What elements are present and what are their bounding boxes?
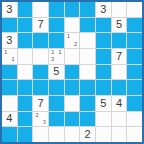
cell-r2c5[interactable] (80, 33, 95, 48)
cell-r3c3[interactable]: 112 (49, 49, 64, 64)
cell-r5c6[interactable] (96, 80, 111, 95)
cell-r2c2[interactable] (33, 33, 48, 48)
pencil-mark-tl: 2 (35, 113, 39, 119)
cell-r8c3[interactable] (49, 127, 64, 142)
cell-r4c5[interactable] (80, 65, 95, 80)
cell-r0c7[interactable] (112, 2, 127, 17)
cell-r6c1[interactable] (18, 96, 33, 111)
pencil-mark-tl: 1 (4, 50, 8, 56)
clue-number: 3 (6, 4, 12, 15)
cell-r1c5[interactable] (80, 18, 95, 33)
cell-r6c5[interactable] (80, 96, 95, 111)
cell-r4c8[interactable] (127, 65, 142, 80)
cell-r3c4[interactable] (65, 49, 80, 64)
cell-r4c6[interactable] (96, 65, 111, 80)
cell-r7c5[interactable] (80, 112, 95, 127)
cell-r1c3[interactable] (49, 18, 64, 33)
cell-r6c3[interactable] (49, 96, 64, 111)
cell-r8c8[interactable] (127, 127, 142, 142)
cell-r0c8[interactable] (127, 2, 142, 17)
cell-r4c4[interactable] (65, 65, 80, 80)
cell-r6c7[interactable]: 4 (112, 96, 127, 111)
cell-r3c0[interactable]: 11 (2, 49, 17, 64)
clue-number: 5 (116, 19, 122, 30)
pencil-mark-bl: 2 (51, 57, 55, 63)
cell-r6c4[interactable] (65, 96, 80, 111)
clue-number: 7 (38, 19, 44, 30)
cell-r3c1[interactable] (18, 49, 33, 64)
cell-r5c7[interactable] (112, 80, 127, 95)
cell-r0c1[interactable] (18, 2, 33, 17)
cell-r1c1[interactable] (18, 18, 33, 33)
pencil-mark-br: 1 (11, 57, 15, 63)
cell-r8c6[interactable] (96, 127, 111, 142)
clue-number: 3 (6, 35, 12, 46)
cell-r7c2[interactable]: 23 (33, 112, 48, 127)
cell-r3c2[interactable] (33, 49, 48, 64)
cell-r2c8[interactable] (127, 33, 142, 48)
cell-r0c2[interactable] (33, 2, 48, 17)
cell-r7c0[interactable]: 4 (2, 112, 17, 127)
cell-r4c2[interactable] (33, 65, 48, 80)
cell-r2c3[interactable] (49, 33, 64, 48)
clue-number: 4 (116, 98, 122, 109)
cell-r4c3[interactable]: 5 (49, 65, 64, 80)
cell-r5c1[interactable] (18, 80, 33, 95)
cell-r6c6[interactable]: 5 (96, 96, 111, 111)
pencil-mark-tr: 1 (58, 50, 62, 56)
cell-r3c5[interactable] (80, 49, 95, 64)
cell-r2c4[interactable]: 12 (65, 33, 80, 48)
cell-r2c6[interactable] (96, 33, 111, 48)
pencil-mark-tl: 1 (67, 34, 71, 40)
cell-r5c5[interactable] (80, 80, 95, 95)
clue-number: 5 (100, 98, 106, 109)
cell-r2c1[interactable] (18, 33, 33, 48)
clue-number: 4 (6, 113, 12, 124)
cell-r0c5[interactable] (80, 2, 95, 17)
cell-r6c2[interactable]: 7 (33, 96, 48, 111)
cell-r4c7[interactable] (112, 65, 127, 80)
cell-r5c0[interactable] (2, 80, 17, 95)
clue-number: 2 (85, 129, 91, 140)
clue-number: 7 (38, 98, 44, 109)
pencil-mark-tl: 1 (51, 50, 55, 56)
cell-r8c4[interactable] (65, 127, 80, 142)
cell-r0c0[interactable]: 3 (2, 2, 17, 17)
clue-number: 5 (53, 66, 59, 77)
pencil-mark-br: 2 (74, 42, 78, 48)
cell-r2c0[interactable]: 3 (2, 33, 17, 48)
cell-r1c4[interactable] (65, 18, 80, 33)
cell-r5c3[interactable] (49, 80, 64, 95)
mosaic-board: 337531211112757544232 (0, 0, 144, 144)
cell-r0c6[interactable]: 3 (96, 2, 111, 17)
cell-r0c3[interactable] (49, 2, 64, 17)
cell-r3c8[interactable] (127, 49, 142, 64)
cell-r0c4[interactable] (65, 2, 80, 17)
cell-r7c8[interactable] (127, 112, 142, 127)
cell-r8c0[interactable] (2, 127, 17, 142)
cell-r3c7[interactable]: 7 (112, 49, 127, 64)
cell-r8c7[interactable] (112, 127, 127, 142)
cell-r7c1[interactable] (18, 112, 33, 127)
cell-r1c0[interactable] (2, 18, 17, 33)
cell-r6c0[interactable] (2, 96, 17, 111)
cell-r8c1[interactable] (18, 127, 33, 142)
cell-r5c8[interactable] (127, 80, 142, 95)
clue-number: 3 (100, 4, 106, 15)
cell-r6c8[interactable] (127, 96, 142, 111)
cell-r8c5[interactable]: 2 (80, 127, 95, 142)
cell-r7c4[interactable] (65, 112, 80, 127)
pencil-mark-br: 3 (43, 120, 47, 126)
cell-r8c2[interactable] (33, 127, 48, 142)
cell-r7c6[interactable] (96, 112, 111, 127)
cell-r1c2[interactable]: 7 (33, 18, 48, 33)
cell-r1c6[interactable] (96, 18, 111, 33)
cell-r4c1[interactable] (18, 65, 33, 80)
cell-r5c4[interactable] (65, 80, 80, 95)
clue-number: 7 (116, 51, 122, 62)
cell-r3c6[interactable] (96, 49, 111, 64)
cell-r5c2[interactable] (33, 80, 48, 95)
cell-r7c7[interactable] (112, 112, 127, 127)
cell-r7c3[interactable] (49, 112, 64, 127)
cell-r4c0[interactable] (2, 65, 17, 80)
cell-r2c7[interactable] (112, 33, 127, 48)
cell-r1c8[interactable] (127, 18, 142, 33)
cell-r1c7[interactable]: 5 (112, 18, 127, 33)
